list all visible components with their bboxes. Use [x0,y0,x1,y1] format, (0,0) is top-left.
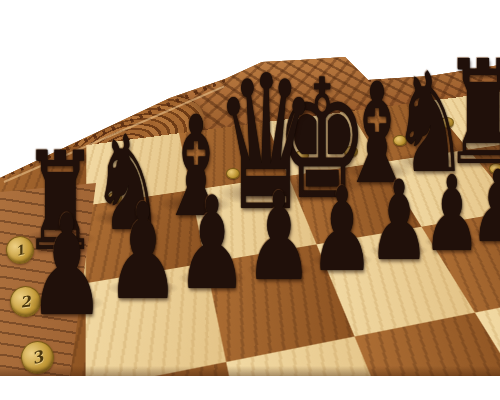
file-medallion [344,146,358,157]
carved-board-silhouette: 123 [0,0,500,400]
file-medallion [108,192,122,203]
board-square [0,389,86,400]
chess-set-photo: 123 ♜♞♝♛♚♝♞♜♟♟♟♟♟♟♟♟ [0,0,500,400]
file-medallion [295,150,309,161]
file-medallion [440,117,454,128]
near-edge-shading [0,366,500,376]
file-medallion [393,135,407,146]
file-medallion [489,163,500,174]
file-medallion [226,168,240,179]
